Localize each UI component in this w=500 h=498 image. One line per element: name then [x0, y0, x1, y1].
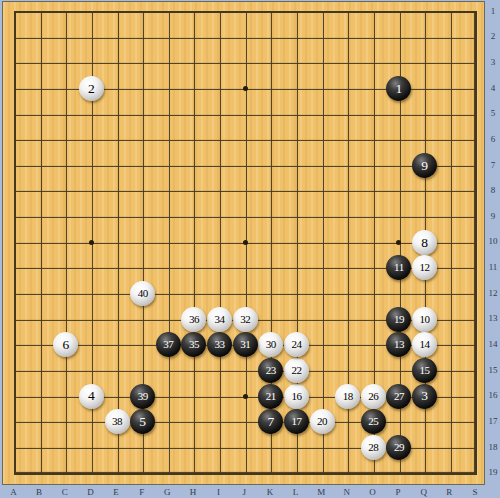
stone-white-move-10: 10: [412, 307, 437, 332]
column-label-K: K: [267, 486, 274, 498]
star-point: [243, 86, 248, 91]
row-label-4: 4: [486, 83, 500, 93]
stone-black-move-39: 39: [130, 384, 155, 409]
row-label-15: 15: [486, 365, 500, 375]
row-label-16: 16: [486, 390, 500, 400]
stone-black-move-21: 21: [258, 384, 283, 409]
row-label-10: 10: [486, 236, 500, 246]
column-label-M: M: [317, 486, 325, 498]
stone-white-move-28: 28: [361, 435, 386, 460]
star-point: [89, 240, 94, 245]
column-label-P: P: [396, 486, 401, 498]
column-label-H: H: [190, 486, 197, 498]
column-label-G: G: [164, 486, 171, 498]
stone-white-move-38: 38: [105, 409, 130, 434]
stone-black-move-3: 3: [412, 384, 437, 409]
go-diagram: 1234567891011121314151617181920212223242…: [0, 0, 500, 498]
column-label-B: B: [36, 486, 42, 498]
column-label-S: S: [473, 486, 478, 498]
column-label-Q: Q: [420, 486, 427, 498]
stone-white-move-34: 34: [207, 307, 232, 332]
row-label-1: 1: [486, 6, 500, 16]
stone-black-move-9: 9: [412, 153, 437, 178]
column-label-E: E: [113, 486, 119, 498]
column-label-C: C: [62, 486, 68, 498]
row-label-7: 7: [486, 160, 500, 170]
go-board-grid: 1234567891011121314151617181920212223242…: [2, 0, 489, 486]
stone-black-move-17: 17: [284, 409, 309, 434]
column-labels: ABCDEFGHIJKLMNOPQRS: [0, 486, 500, 498]
stone-white-move-22: 22: [284, 358, 309, 383]
column-label-F: F: [139, 486, 144, 498]
stone-white-move-32: 32: [233, 307, 258, 332]
stone-white-move-36: 36: [181, 307, 206, 332]
row-label-11: 11: [486, 262, 500, 272]
go-board: 1234567891011121314151617181920212223242…: [2, 1, 485, 485]
row-label-9: 9: [486, 211, 500, 221]
stone-white-move-4: 4: [79, 384, 104, 409]
row-label-3: 3: [486, 57, 500, 67]
row-label-17: 17: [486, 416, 500, 426]
stone-white-move-8: 8: [412, 230, 437, 255]
row-label-12: 12: [486, 288, 500, 298]
stone-white-move-26: 26: [361, 384, 386, 409]
star-point: [243, 240, 248, 245]
stone-white-move-2: 2: [79, 76, 104, 101]
row-label-8: 8: [486, 185, 500, 195]
column-label-I: I: [217, 486, 220, 498]
row-label-14: 14: [486, 339, 500, 349]
row-labels: 12345678910111213141516171819: [486, 0, 500, 486]
stone-white-move-16: 16: [284, 384, 309, 409]
column-label-O: O: [369, 486, 376, 498]
stone-black-move-27: 27: [386, 384, 411, 409]
stone-black-move-25: 25: [361, 409, 386, 434]
row-label-6: 6: [486, 134, 500, 144]
stone-white-move-20: 20: [310, 409, 335, 434]
row-label-2: 2: [486, 31, 500, 41]
stone-black-move-31: 31: [233, 332, 258, 357]
column-label-D: D: [87, 486, 94, 498]
row-label-19: 19: [486, 467, 500, 477]
column-label-N: N: [344, 486, 351, 498]
star-point: [243, 394, 248, 399]
stone-black-move-15: 15: [412, 358, 437, 383]
column-label-J: J: [242, 486, 246, 498]
stone-white-move-18: 18: [335, 384, 360, 409]
column-label-L: L: [293, 486, 299, 498]
column-label-R: R: [446, 486, 452, 498]
stone-black-move-37: 37: [156, 332, 181, 357]
row-label-5: 5: [486, 108, 500, 118]
stone-black-move-19: 19: [386, 307, 411, 332]
row-label-13: 13: [486, 313, 500, 323]
column-label-A: A: [10, 486, 17, 498]
row-label-18: 18: [486, 442, 500, 452]
